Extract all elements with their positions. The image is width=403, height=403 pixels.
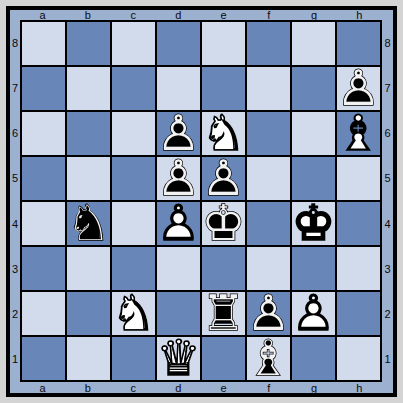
square-e3[interactable] (202, 247, 245, 290)
square-c5[interactable] (112, 157, 155, 200)
square-e6[interactable]: ♞♘ (202, 112, 245, 155)
piece-outline-layer: ♘ (112, 292, 155, 335)
square-e5[interactable]: ♟♙ (202, 157, 245, 200)
square-d1[interactable]: ♛♕ (157, 337, 200, 380)
square-e7[interactable] (202, 67, 245, 110)
black-pawn[interactable]: ♟♙ (157, 157, 200, 200)
frame-corner (382, 10, 393, 20)
file-label: c (111, 382, 156, 393)
board-frame: abcdefgh 87654321 ♟♙♟♙♞♘♝♗♟♙♟♙♞♘♟♙♚♔♚♔♞♘… (6, 6, 397, 397)
square-c1[interactable] (112, 337, 155, 380)
rank-label: 5 (10, 156, 20, 201)
square-d7[interactable] (157, 67, 200, 110)
square-b6[interactable] (67, 112, 110, 155)
file-label: g (292, 382, 337, 393)
square-g6[interactable] (292, 112, 335, 155)
black-rook[interactable]: ♜♖ (202, 292, 245, 335)
square-h2[interactable] (337, 292, 380, 335)
rank-label: 2 (382, 292, 393, 337)
file-label: a (20, 382, 65, 393)
square-e8[interactable] (202, 22, 245, 65)
rank-label: 4 (10, 201, 20, 246)
file-label: h (337, 382, 382, 393)
rank-labels-right: 87654321 (382, 20, 393, 382)
square-f2[interactable]: ♟♙ (247, 292, 290, 335)
file-label: h (337, 10, 382, 20)
black-king[interactable]: ♚♔ (202, 202, 245, 245)
square-g4[interactable]: ♚♔ (292, 202, 335, 245)
square-g8[interactable] (292, 22, 335, 65)
frame-corner (10, 382, 20, 393)
rank-label: 8 (10, 20, 20, 65)
square-a3[interactable] (22, 247, 65, 290)
piece-outline-layer: ♖ (202, 292, 245, 335)
square-h1[interactable] (337, 337, 380, 380)
rank-label: 7 (382, 65, 393, 110)
square-c2[interactable]: ♞♘ (112, 292, 155, 335)
square-c3[interactable] (112, 247, 155, 290)
piece-outline-layer: ♙ (157, 112, 200, 155)
square-f1[interactable]: ♝♗ (247, 337, 290, 380)
frame-corner (382, 382, 393, 393)
square-d3[interactable] (157, 247, 200, 290)
piece-outline-layer: ♙ (292, 292, 335, 335)
file-label: e (201, 10, 246, 20)
frame-corner (10, 10, 20, 20)
rank-label: 8 (382, 20, 393, 65)
piece-outline-layer: ♙ (247, 292, 290, 335)
square-h4[interactable] (337, 202, 380, 245)
square-f6[interactable] (247, 112, 290, 155)
square-c4[interactable] (112, 202, 155, 245)
square-b3[interactable] (67, 247, 110, 290)
file-label: b (65, 382, 110, 393)
page-background: abcdefgh 87654321 ♟♙♟♙♞♘♝♗♟♙♟♙♞♘♟♙♚♔♚♔♞♘… (0, 0, 403, 403)
piece-outline-layer: ♘ (67, 202, 110, 245)
piece-outline-layer: ♗ (247, 337, 290, 380)
square-b2[interactable] (67, 292, 110, 335)
square-a8[interactable] (22, 22, 65, 65)
square-d6[interactable]: ♟♙ (157, 112, 200, 155)
square-g2[interactable]: ♟♙ (292, 292, 335, 335)
white-pawn[interactable]: ♟♙ (157, 202, 200, 245)
square-a4[interactable] (22, 202, 65, 245)
piece-outline-layer: ♘ (202, 112, 245, 155)
rank-label: 2 (10, 292, 20, 337)
white-queen[interactable]: ♛♕ (157, 337, 200, 380)
file-label: d (156, 10, 201, 20)
piece-outline-layer: ♙ (157, 202, 200, 245)
rank-label: 1 (382, 337, 393, 382)
square-a6[interactable] (22, 112, 65, 155)
square-b4[interactable]: ♞♘ (67, 202, 110, 245)
square-e2[interactable]: ♜♖ (202, 292, 245, 335)
square-b5[interactable] (67, 157, 110, 200)
square-f7[interactable] (247, 67, 290, 110)
square-h3[interactable] (337, 247, 380, 290)
rank-label: 7 (10, 65, 20, 110)
black-pawn[interactable]: ♟♙ (247, 292, 290, 335)
white-king[interactable]: ♚♔ (292, 202, 335, 245)
piece-outline-layer: ♙ (337, 67, 380, 110)
file-labels-bottom: abcdefgh (20, 382, 382, 393)
piece-outline-layer: ♗ (337, 112, 380, 155)
white-knight[interactable]: ♞♘ (202, 112, 245, 155)
square-a2[interactable] (22, 292, 65, 335)
piece-outline-layer: ♙ (157, 157, 200, 200)
file-label: b (65, 10, 110, 20)
square-d5[interactable]: ♟♙ (157, 157, 200, 200)
square-c7[interactable] (112, 67, 155, 110)
square-g3[interactable] (292, 247, 335, 290)
rank-label: 5 (382, 156, 393, 201)
white-bishop[interactable]: ♝♗ (337, 112, 380, 155)
square-b8[interactable] (67, 22, 110, 65)
black-knight[interactable]: ♞♘ (67, 202, 110, 245)
square-f8[interactable] (247, 22, 290, 65)
square-h6[interactable]: ♝♗ (337, 112, 380, 155)
square-f3[interactable] (247, 247, 290, 290)
file-label: e (201, 382, 246, 393)
file-label: f (246, 10, 291, 20)
piece-outline-layer: ♔ (202, 202, 245, 245)
black-bishop[interactable]: ♝♗ (247, 337, 290, 380)
rank-label: 4 (382, 201, 393, 246)
square-c8[interactable] (112, 22, 155, 65)
square-a7[interactable] (22, 67, 65, 110)
square-h7[interactable]: ♟♙ (337, 67, 380, 110)
square-d2[interactable] (157, 292, 200, 335)
rank-label: 3 (10, 246, 20, 291)
square-g5[interactable] (292, 157, 335, 200)
square-g7[interactable] (292, 67, 335, 110)
square-b1[interactable] (67, 337, 110, 380)
square-d8[interactable] (157, 22, 200, 65)
black-pawn[interactable]: ♟♙ (337, 67, 380, 110)
black-pawn[interactable]: ♟♙ (202, 157, 245, 200)
black-pawn[interactable]: ♟♙ (157, 112, 200, 155)
rank-label: 6 (10, 111, 20, 156)
square-d4[interactable]: ♟♙ (157, 202, 200, 245)
square-e4[interactable]: ♚♔ (202, 202, 245, 245)
file-label: g (292, 10, 337, 20)
file-labels-top: abcdefgh (20, 10, 382, 20)
square-b7[interactable] (67, 67, 110, 110)
square-e1[interactable] (202, 337, 245, 380)
file-label: c (111, 10, 156, 20)
file-label: a (20, 10, 65, 20)
square-c6[interactable] (112, 112, 155, 155)
square-g1[interactable] (292, 337, 335, 380)
board-margin: abcdefgh 87654321 ♟♙♟♙♞♘♝♗♟♙♟♙♞♘♟♙♚♔♚♔♞♘… (10, 10, 393, 393)
piece-outline-layer: ♙ (202, 157, 245, 200)
piece-outline-layer: ♕ (157, 337, 200, 380)
rank-label: 1 (10, 337, 20, 382)
square-h8[interactable] (337, 22, 380, 65)
rank-label: 3 (382, 246, 393, 291)
chess-board: ♟♙♟♙♞♘♝♗♟♙♟♙♞♘♟♙♚♔♚♔♞♘♜♖♟♙♟♙♛♕♝♗ (20, 20, 382, 382)
square-a5[interactable] (22, 157, 65, 200)
white-pawn[interactable]: ♟♙ (292, 292, 335, 335)
square-a1[interactable] (22, 337, 65, 380)
square-f5[interactable] (247, 157, 290, 200)
square-h5[interactable] (337, 157, 380, 200)
white-knight[interactable]: ♞♘ (112, 292, 155, 335)
rank-labels-left: 87654321 (10, 20, 20, 382)
square-f4[interactable] (247, 202, 290, 245)
rank-label: 6 (382, 111, 393, 156)
piece-outline-layer: ♔ (292, 202, 335, 245)
